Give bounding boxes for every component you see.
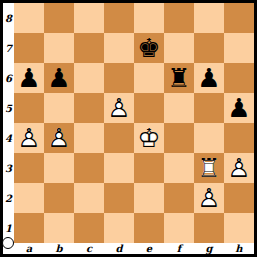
- square-h6[interactable]: [224, 63, 254, 93]
- square-d4[interactable]: [104, 123, 134, 153]
- piece-black-pawn[interactable]: ♟: [14, 63, 44, 93]
- piece-white-pawn[interactable]: ♟♙: [224, 153, 254, 183]
- piece-glyph-outline: ♙: [194, 183, 224, 213]
- square-e1[interactable]: [134, 213, 164, 243]
- square-f5[interactable]: [164, 93, 194, 123]
- piece-glyph-outline: ♟: [224, 93, 254, 123]
- rank-label-1: 1: [3, 213, 14, 243]
- square-f3[interactable]: [164, 153, 194, 183]
- piece-white-rook[interactable]: ♜♖: [194, 153, 224, 183]
- rank-label-5: 5: [3, 93, 14, 123]
- square-c6[interactable]: [74, 63, 104, 93]
- square-c2[interactable]: [74, 183, 104, 213]
- square-c3[interactable]: [74, 153, 104, 183]
- square-e2[interactable]: [134, 183, 164, 213]
- file-label-f: f: [164, 243, 194, 254]
- piece-black-king[interactable]: ♚: [134, 33, 164, 63]
- square-f2[interactable]: [164, 183, 194, 213]
- square-a2[interactable]: [14, 183, 44, 213]
- square-a8[interactable]: [14, 3, 44, 33]
- square-b1[interactable]: [44, 213, 74, 243]
- square-e8[interactable]: [134, 3, 164, 33]
- square-h2[interactable]: [224, 183, 254, 213]
- square-g6[interactable]: ♟: [194, 63, 224, 93]
- square-b8[interactable]: [44, 3, 74, 33]
- file-label-e: e: [134, 243, 164, 254]
- square-g3[interactable]: ♜♖: [194, 153, 224, 183]
- square-h8[interactable]: [224, 3, 254, 33]
- square-e6[interactable]: [134, 63, 164, 93]
- square-a5[interactable]: [14, 93, 44, 123]
- square-c7[interactable]: [74, 33, 104, 63]
- square-c4[interactable]: [74, 123, 104, 153]
- piece-white-pawn[interactable]: ♟♙: [104, 93, 134, 123]
- piece-black-pawn[interactable]: ♟: [224, 93, 254, 123]
- rank-label-6: 6: [3, 63, 14, 93]
- square-c1[interactable]: [74, 213, 104, 243]
- square-a6[interactable]: ♟: [14, 63, 44, 93]
- square-h1[interactable]: [224, 213, 254, 243]
- file-label-d: d: [104, 243, 134, 254]
- square-h5[interactable]: ♟: [224, 93, 254, 123]
- chess-diagram: ♚♟♟♜♟♟♙♟♟♙♟♙♚♔♜♖♟♙♟♙ 87654321abcdefgh: [0, 0, 257, 257]
- square-a4[interactable]: ♟♙: [14, 123, 44, 153]
- piece-glyph-outline: ♙: [14, 123, 44, 153]
- square-a3[interactable]: [14, 153, 44, 183]
- square-d6[interactable]: [104, 63, 134, 93]
- square-d8[interactable]: [104, 3, 134, 33]
- piece-glyph-outline: ♙: [224, 153, 254, 183]
- rank-label-7: 7: [3, 33, 14, 63]
- piece-glyph-outline: ♚: [134, 33, 164, 63]
- square-e5[interactable]: [134, 93, 164, 123]
- square-b7[interactable]: [44, 33, 74, 63]
- square-h3[interactable]: ♟♙: [224, 153, 254, 183]
- square-c8[interactable]: [74, 3, 104, 33]
- square-a7[interactable]: [14, 33, 44, 63]
- square-g1[interactable]: [194, 213, 224, 243]
- piece-black-pawn[interactable]: ♟: [44, 63, 74, 93]
- square-c5[interactable]: [74, 93, 104, 123]
- square-h7[interactable]: [224, 33, 254, 63]
- piece-glyph-outline: ♔: [134, 123, 164, 153]
- square-e4[interactable]: ♚♔: [134, 123, 164, 153]
- square-b3[interactable]: [44, 153, 74, 183]
- square-b6[interactable]: ♟: [44, 63, 74, 93]
- file-label-g: g: [194, 243, 224, 254]
- rank-label-8: 8: [3, 3, 14, 33]
- piece-glyph-outline: ♖: [194, 153, 224, 183]
- square-g2[interactable]: ♟♙: [194, 183, 224, 213]
- square-f4[interactable]: [164, 123, 194, 153]
- file-label-c: c: [74, 243, 104, 254]
- rank-label-4: 4: [3, 123, 14, 153]
- square-d1[interactable]: [104, 213, 134, 243]
- square-g5[interactable]: [194, 93, 224, 123]
- square-d2[interactable]: [104, 183, 134, 213]
- square-d3[interactable]: [104, 153, 134, 183]
- square-e7[interactable]: ♚: [134, 33, 164, 63]
- square-b4[interactable]: ♟♙: [44, 123, 74, 153]
- file-label-h: h: [224, 243, 254, 254]
- piece-white-pawn[interactable]: ♟♙: [44, 123, 74, 153]
- square-d7[interactable]: [104, 33, 134, 63]
- rank-label-3: 3: [3, 153, 14, 183]
- file-label-b: b: [44, 243, 74, 254]
- piece-black-rook[interactable]: ♜: [164, 63, 194, 93]
- piece-glyph-outline: ♟: [14, 63, 44, 93]
- piece-white-pawn[interactable]: ♟♙: [194, 183, 224, 213]
- chess-board: ♚♟♟♜♟♟♙♟♟♙♟♙♚♔♜♖♟♙♟♙: [14, 3, 254, 243]
- piece-glyph-outline: ♟: [44, 63, 74, 93]
- square-b2[interactable]: [44, 183, 74, 213]
- square-f6[interactable]: ♜: [164, 63, 194, 93]
- square-g4[interactable]: [194, 123, 224, 153]
- square-a1[interactable]: [14, 213, 44, 243]
- piece-glyph-outline: ♙: [104, 93, 134, 123]
- square-d5[interactable]: ♟♙: [104, 93, 134, 123]
- square-e3[interactable]: [134, 153, 164, 183]
- piece-glyph-outline: ♟: [194, 63, 224, 93]
- piece-white-pawn[interactable]: ♟♙: [14, 123, 44, 153]
- piece-glyph-outline: ♜: [164, 63, 194, 93]
- piece-glyph-outline: ♙: [44, 123, 74, 153]
- piece-white-king[interactable]: ♚♔: [134, 123, 164, 153]
- file-label-a: a: [14, 243, 44, 254]
- square-g8[interactable]: [194, 3, 224, 33]
- square-g7[interactable]: [194, 33, 224, 63]
- piece-black-pawn[interactable]: ♟: [194, 63, 224, 93]
- square-f7[interactable]: [164, 33, 194, 63]
- square-f1[interactable]: [164, 213, 194, 243]
- square-h4[interactable]: [224, 123, 254, 153]
- rank-label-2: 2: [3, 183, 14, 213]
- square-b5[interactable]: [44, 93, 74, 123]
- square-f8[interactable]: [164, 3, 194, 33]
